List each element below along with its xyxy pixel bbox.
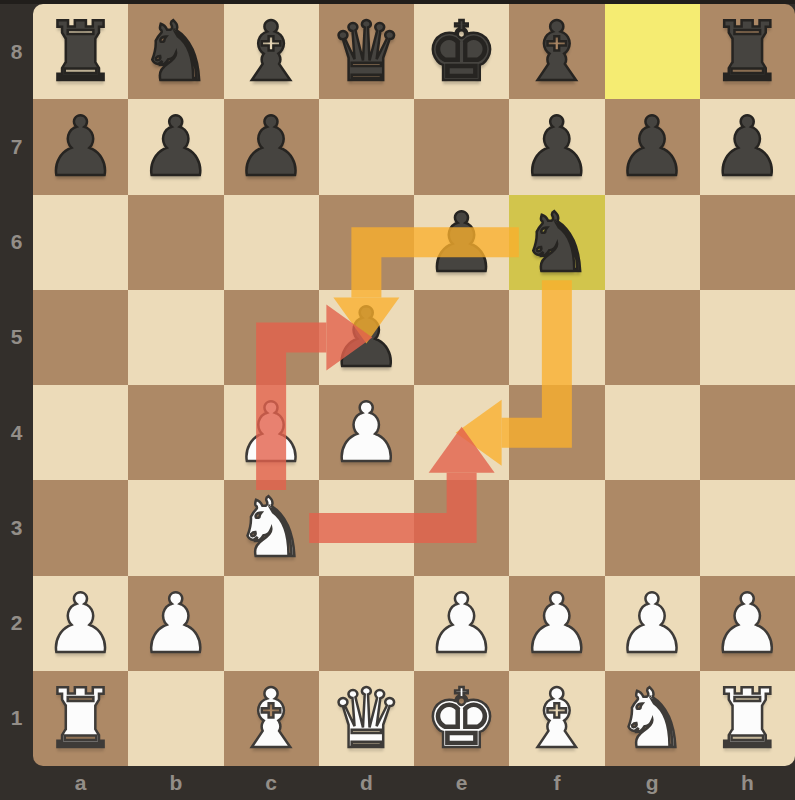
square-f7[interactable]: ♟ — [509, 99, 604, 194]
square-h3[interactable] — [700, 480, 795, 575]
piece-black-pawn-g7[interactable]: ♟ — [615, 99, 689, 194]
square-h4[interactable] — [700, 385, 795, 480]
rank-label-3: 3 — [0, 480, 33, 575]
square-d3[interactable] — [319, 480, 414, 575]
square-f2[interactable]: ♟ — [509, 576, 604, 671]
square-a8[interactable]: ♜ — [33, 4, 128, 99]
square-b2[interactable]: ♟ — [128, 576, 223, 671]
square-h2[interactable]: ♟ — [700, 576, 795, 671]
piece-black-queen-d8[interactable]: ♛ — [330, 4, 404, 99]
square-h6[interactable] — [700, 195, 795, 290]
piece-black-rook-h8[interactable]: ♜ — [711, 4, 785, 99]
piece-white-pawn-h2[interactable]: ♟ — [711, 576, 785, 671]
square-c8[interactable]: ♝ — [224, 4, 319, 99]
square-f1[interactable]: ♝ — [509, 671, 604, 766]
square-b1[interactable] — [128, 671, 223, 766]
square-c1[interactable]: ♝ — [224, 671, 319, 766]
piece-black-pawn-h7[interactable]: ♟ — [711, 99, 785, 194]
square-a2[interactable]: ♟ — [33, 576, 128, 671]
square-c3[interactable]: ♞ — [224, 480, 319, 575]
piece-white-pawn-a2[interactable]: ♟ — [44, 576, 118, 671]
square-g4[interactable] — [605, 385, 700, 480]
square-g3[interactable] — [605, 480, 700, 575]
square-d6[interactable] — [319, 195, 414, 290]
square-g1[interactable]: ♞ — [605, 671, 700, 766]
square-g7[interactable]: ♟ — [605, 99, 700, 194]
file-label-f: f — [509, 766, 604, 800]
piece-black-rook-a8[interactable]: ♜ — [44, 4, 118, 99]
square-h8[interactable]: ♜ — [700, 4, 795, 99]
piece-white-rook-h1[interactable]: ♜ — [711, 671, 785, 766]
square-b7[interactable]: ♟ — [128, 99, 223, 194]
rank-label-1: 1 — [0, 671, 33, 766]
piece-black-pawn-f7[interactable]: ♟ — [520, 99, 594, 194]
square-e7[interactable] — [414, 99, 509, 194]
piece-black-bishop-f8[interactable]: ♝ — [520, 4, 594, 99]
square-e6[interactable]: ♟ — [414, 195, 509, 290]
chess-app: 87654321 abcdefgh ♜♞♝♛♚♝♜♟♟♟♟♟♟♟♞♟♟♟♞♟♟♟… — [0, 0, 795, 800]
square-c5[interactable] — [224, 290, 319, 385]
rank-label-2: 2 — [0, 576, 33, 671]
piece-white-pawn-f2[interactable]: ♟ — [520, 576, 594, 671]
square-b6[interactable] — [128, 195, 223, 290]
square-c4[interactable]: ♟ — [224, 385, 319, 480]
square-a7[interactable]: ♟ — [33, 99, 128, 194]
piece-white-bishop-f1[interactable]: ♝ — [520, 671, 594, 766]
square-d1[interactable]: ♛ — [319, 671, 414, 766]
square-d7[interactable] — [319, 99, 414, 194]
piece-white-knight-g1[interactable]: ♞ — [615, 671, 689, 766]
piece-white-pawn-b2[interactable]: ♟ — [139, 576, 213, 671]
piece-white-rook-a1[interactable]: ♜ — [44, 671, 118, 766]
square-e8[interactable]: ♚ — [414, 4, 509, 99]
square-d8[interactable]: ♛ — [319, 4, 414, 99]
piece-white-queen-d1[interactable]: ♛ — [330, 671, 404, 766]
square-a5[interactable] — [33, 290, 128, 385]
piece-black-pawn-e6[interactable]: ♟ — [425, 195, 499, 290]
file-labels: abcdefgh — [33, 766, 795, 800]
square-b8[interactable]: ♞ — [128, 4, 223, 99]
piece-black-pawn-a7[interactable]: ♟ — [44, 99, 118, 194]
square-b4[interactable] — [128, 385, 223, 480]
file-label-d: d — [319, 766, 414, 800]
board-frame: ♜♞♝♛♚♝♜♟♟♟♟♟♟♟♞♟♟♟♞♟♟♟♟♟♟♜♝♛♚♝♞♜ — [33, 4, 795, 766]
square-g6[interactable] — [605, 195, 700, 290]
square-e1[interactable]: ♚ — [414, 671, 509, 766]
piece-white-pawn-c4[interactable]: ♟ — [234, 385, 308, 480]
square-g5[interactable] — [605, 290, 700, 385]
rank-label-5: 5 — [0, 290, 33, 385]
piece-white-king-e1[interactable]: ♚ — [425, 671, 499, 766]
piece-black-knight-f6[interactable]: ♞ — [520, 195, 594, 290]
piece-black-bishop-c8[interactable]: ♝ — [234, 4, 308, 99]
square-d4[interactable]: ♟ — [319, 385, 414, 480]
square-a1[interactable]: ♜ — [33, 671, 128, 766]
square-h7[interactable]: ♟ — [700, 99, 795, 194]
piece-white-pawn-e2[interactable]: ♟ — [425, 576, 499, 671]
square-a6[interactable] — [33, 195, 128, 290]
rank-label-6: 6 — [0, 195, 33, 290]
square-e5[interactable] — [414, 290, 509, 385]
piece-black-knight-b8[interactable]: ♞ — [139, 4, 213, 99]
square-h5[interactable] — [700, 290, 795, 385]
file-label-g: g — [605, 766, 700, 800]
square-c2[interactable] — [224, 576, 319, 671]
square-g8[interactable] — [605, 4, 700, 99]
square-d5[interactable]: ♟ — [319, 290, 414, 385]
file-label-e: e — [414, 766, 509, 800]
square-b5[interactable] — [128, 290, 223, 385]
square-f4[interactable] — [509, 385, 604, 480]
square-e2[interactable]: ♟ — [414, 576, 509, 671]
piece-black-king-e8[interactable]: ♚ — [425, 4, 499, 99]
square-a4[interactable] — [33, 385, 128, 480]
piece-white-bishop-c1[interactable]: ♝ — [234, 671, 308, 766]
piece-black-pawn-c7[interactable]: ♟ — [234, 99, 308, 194]
piece-black-pawn-b7[interactable]: ♟ — [139, 99, 213, 194]
square-c6[interactable] — [224, 195, 319, 290]
piece-black-pawn-d5[interactable]: ♟ — [330, 290, 404, 385]
rank-labels: 87654321 — [0, 4, 33, 766]
square-d2[interactable] — [319, 576, 414, 671]
piece-white-knight-c3[interactable]: ♞ — [234, 480, 308, 575]
square-f3[interactable] — [509, 480, 604, 575]
square-b3[interactable] — [128, 480, 223, 575]
square-f6[interactable]: ♞ — [509, 195, 604, 290]
square-f5[interactable] — [509, 290, 604, 385]
rank-label-4: 4 — [0, 385, 33, 480]
square-e3[interactable] — [414, 480, 509, 575]
chess-board: ♜♞♝♛♚♝♜♟♟♟♟♟♟♟♞♟♟♟♞♟♟♟♟♟♟♜♝♛♚♝♞♜ — [33, 4, 795, 766]
square-h1[interactable]: ♜ — [700, 671, 795, 766]
square-a3[interactable] — [33, 480, 128, 575]
file-label-c: c — [224, 766, 319, 800]
rank-label-7: 7 — [0, 99, 33, 194]
square-f8[interactable]: ♝ — [509, 4, 604, 99]
file-label-a: a — [33, 766, 128, 800]
square-e4[interactable] — [414, 385, 509, 480]
file-label-h: h — [700, 766, 795, 800]
rank-label-8: 8 — [0, 4, 33, 99]
piece-white-pawn-d4[interactable]: ♟ — [330, 385, 404, 480]
square-c7[interactable]: ♟ — [224, 99, 319, 194]
piece-white-pawn-g2[interactable]: ♟ — [615, 576, 689, 671]
square-g2[interactable]: ♟ — [605, 576, 700, 671]
file-label-b: b — [128, 766, 223, 800]
